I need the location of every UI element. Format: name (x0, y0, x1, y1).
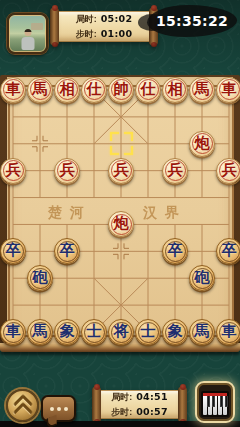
piece-character: 馬 (195, 82, 210, 97)
piece-character: 砲 (195, 270, 210, 285)
red-piece-horse[interactable]: 馬 (27, 77, 53, 103)
chat-bubble-icon (50, 407, 54, 411)
red-piece-general[interactable]: 帥 (108, 77, 134, 103)
piece-character: 帥 (114, 82, 129, 97)
red-piece-soldier[interactable]: 兵 (0, 158, 26, 184)
piece-character: 相 (168, 82, 183, 97)
pieces-grid[interactable]: 車馬相仕帥仕相馬車炮兵兵兵兵兵炮卒卒卒卒砲砲車馬象士将士象馬車 (0, 77, 240, 346)
move-time-value: 01:00 (101, 27, 133, 40)
piece-character: 馬 (33, 324, 48, 339)
red-piece-soldier[interactable]: 兵 (108, 158, 134, 184)
red-piece-horse[interactable]: 馬 (189, 77, 215, 103)
black-piece-cannon[interactable]: 砲 (189, 265, 215, 291)
black-piece-horse[interactable]: 馬 (27, 319, 53, 345)
piece-character: 馬 (195, 324, 210, 339)
game-time-value: 04:51 (136, 390, 168, 403)
chat-bubble-icon (57, 407, 61, 411)
piece-character: 車 (6, 324, 21, 339)
piece-character: 兵 (60, 163, 75, 178)
piece-character: 兵 (114, 163, 129, 178)
system-clock-text: 15:35:22 (156, 13, 228, 29)
piece-character: 車 (222, 324, 237, 339)
game-time-label: 局时: (76, 13, 97, 26)
red-piece-chariot[interactable]: 車 (0, 77, 26, 103)
piece-character: 象 (60, 324, 75, 339)
piece-character: 兵 (222, 163, 237, 178)
piece-character: 卒 (60, 243, 75, 258)
avatar-scenery (31, 23, 43, 30)
move-time-label: 步时: (76, 28, 97, 41)
red-piece-cannon[interactable]: 炮 (189, 131, 215, 157)
piece-character: 士 (141, 324, 156, 339)
piece-character: 象 (168, 324, 183, 339)
red-piece-soldier[interactable]: 兵 (54, 158, 80, 184)
scroll-roll-left (92, 387, 101, 422)
avatar-person (21, 29, 34, 49)
red-piece-cannon[interactable]: 炮 (108, 211, 134, 237)
piece-character: 仕 (141, 82, 156, 97)
game-background: 局时: 05:02 步时: 01:00 15:35:22 楚河 汉界 車馬相仕帥… (0, 0, 240, 427)
piece-character: 車 (6, 82, 21, 97)
black-piece-chariot[interactable]: 車 (0, 319, 26, 345)
collapse-menu-button[interactable] (6, 389, 39, 422)
piece-character: 車 (222, 82, 237, 97)
piece-character: 兵 (168, 163, 183, 178)
last-move-highlight (110, 132, 133, 155)
red-piece-advisor[interactable]: 仕 (135, 77, 161, 103)
piece-character: 砲 (33, 270, 48, 285)
piece-character: 卒 (222, 243, 237, 258)
red-piece-elephant[interactable]: 相 (54, 77, 80, 103)
piece-character: 卒 (168, 243, 183, 258)
move-time-label: 步时: (111, 406, 132, 419)
piece-character: 炮 (114, 216, 129, 231)
music-button[interactable] (195, 381, 235, 423)
piano-icon (201, 391, 229, 417)
black-piece-cannon[interactable]: 砲 (27, 265, 53, 291)
black-piece-advisor[interactable]: 士 (135, 319, 161, 345)
opponent-avatar[interactable] (7, 13, 48, 54)
chat-button[interactable] (41, 395, 76, 422)
scroll-roll-right (178, 387, 187, 422)
red-piece-advisor[interactable]: 仕 (81, 77, 107, 103)
piece-character: 馬 (33, 82, 48, 97)
black-piece-general[interactable]: 将 (108, 319, 134, 345)
piece-character: 卒 (6, 243, 21, 258)
piece-character: 仕 (87, 82, 102, 97)
scroll-roll-left (50, 8, 59, 45)
black-piece-elephant[interactable]: 象 (162, 319, 188, 345)
black-piece-soldier[interactable]: 卒 (54, 238, 80, 264)
move-time-value: 00:57 (136, 405, 168, 418)
game-time-value: 05:02 (101, 12, 133, 25)
red-piece-chariot[interactable]: 車 (216, 77, 240, 103)
red-piece-elephant[interactable]: 相 (162, 77, 188, 103)
black-piece-advisor[interactable]: 士 (81, 319, 107, 345)
piece-character: 将 (114, 324, 129, 339)
piece-character: 相 (60, 82, 75, 97)
red-piece-soldier[interactable]: 兵 (162, 158, 188, 184)
black-piece-elephant[interactable]: 象 (54, 319, 80, 345)
xiangqi-board[interactable]: 楚河 汉界 車馬相仕帥仕相馬車炮兵兵兵兵兵炮卒卒卒卒砲砲車馬象士将士象馬車 (0, 75, 240, 356)
chat-bubble-icon (64, 407, 68, 411)
piece-character: 士 (87, 324, 102, 339)
red-piece-soldier[interactable]: 兵 (216, 158, 240, 184)
piece-character: 兵 (6, 163, 21, 178)
system-clock: 15:35:22 (147, 5, 237, 37)
black-piece-soldier[interactable]: 卒 (162, 238, 188, 264)
black-piece-chariot[interactable]: 車 (216, 319, 240, 345)
game-time-label: 局时: (111, 391, 132, 404)
black-piece-horse[interactable]: 馬 (189, 319, 215, 345)
black-piece-soldier[interactable]: 卒 (216, 238, 240, 264)
player-timer-scroll: 局时: 04:51 步时: 00:57 (92, 387, 187, 422)
black-piece-soldier[interactable]: 卒 (0, 238, 26, 264)
piece-character: 炮 (195, 136, 210, 151)
